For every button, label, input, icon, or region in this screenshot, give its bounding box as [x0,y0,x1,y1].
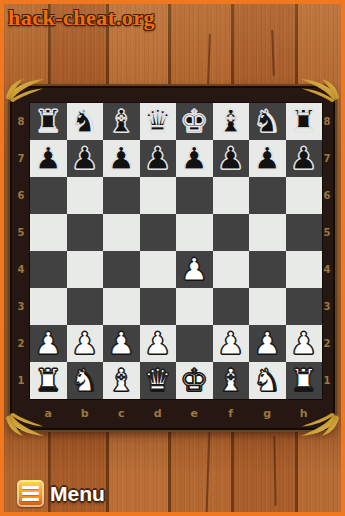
square-e4[interactable]: ♟ [176,251,213,288]
square-c6[interactable] [103,177,140,214]
piece-white-bishop: ♝ [217,365,245,396]
piece-black-pawn: ♟ [144,143,172,174]
square-f8[interactable]: ♝ [213,103,250,140]
square-g5[interactable] [249,214,286,251]
square-f6[interactable] [213,177,250,214]
square-c3[interactable] [103,288,140,325]
piece-black-pawn: ♟ [71,143,99,174]
menu-label: Menu [50,482,105,506]
square-b5[interactable] [67,214,104,251]
square-d2[interactable]: ♟ [140,325,177,362]
piece-white-knight: ♞ [253,365,281,396]
square-a3[interactable] [30,288,67,325]
square-c4[interactable] [103,251,140,288]
rank-labels-right: 87654321 [320,103,334,399]
rank-label-2: 2 [14,325,28,362]
square-d4[interactable] [140,251,177,288]
piece-white-queen: ♛ [144,365,172,396]
piece-white-pawn: ♟ [217,328,245,359]
square-f3[interactable] [213,288,250,325]
file-label-h: h [286,401,323,425]
wood-crack [271,30,275,76]
piece-white-pawn: ♟ [34,328,62,359]
file-label-a: a [30,401,67,425]
piece-black-bishop: ♝ [217,106,245,137]
rank-label-5: 5 [320,214,334,251]
corner-ornament-top-right [299,77,341,102]
file-label-e: e [176,401,213,425]
wood-crack [273,436,276,506]
piece-white-rook: ♜ [34,365,62,396]
square-e3[interactable] [176,288,213,325]
square-a4[interactable] [30,251,67,288]
rank-label-4: 4 [320,251,334,288]
rank-label-8: 8 [320,103,334,140]
square-b4[interactable] [67,251,104,288]
piece-black-knight: ♞ [71,106,99,137]
square-d5[interactable] [140,214,177,251]
square-h5[interactable] [286,214,323,251]
rank-label-8: 8 [14,103,28,140]
rank-label-1: 1 [320,362,334,399]
piece-white-pawn: ♟ [253,328,281,359]
square-e7[interactable]: ♟ [176,140,213,177]
rank-label-1: 1 [14,362,28,399]
square-f1[interactable]: ♝ [213,362,250,399]
square-a6[interactable] [30,177,67,214]
piece-white-pawn: ♟ [144,328,172,359]
square-h8[interactable]: ♜ [286,103,323,140]
rank-label-7: 7 [14,140,28,177]
square-a7[interactable]: ♟ [30,140,67,177]
rank-label-5: 5 [14,214,28,251]
square-a1[interactable]: ♜ [30,362,67,399]
square-f2[interactable]: ♟ [213,325,250,362]
square-c5[interactable] [103,214,140,251]
piece-black-rook: ♜ [290,106,318,137]
piece-black-pawn: ♟ [253,143,281,174]
square-c7[interactable]: ♟ [103,140,140,177]
chess-board-frame: 87654321 87654321 ♜♞♝♛♚♝♞♜♟♟♟♟♟♟♟♟♟♟♟♟♟♟… [10,86,335,430]
square-g7[interactable]: ♟ [249,140,286,177]
rank-label-2: 2 [320,325,334,362]
piece-white-pawn: ♟ [180,254,208,285]
watermark: hack-cheat.org [8,5,155,31]
piece-black-queen: ♛ [144,106,172,137]
square-g1[interactable]: ♞ [249,362,286,399]
square-e6[interactable] [176,177,213,214]
square-h1[interactable]: ♜ [286,362,323,399]
square-g3[interactable] [249,288,286,325]
rank-labels-left: 87654321 [14,103,28,399]
square-g8[interactable]: ♞ [249,103,286,140]
wood-crack [206,432,211,514]
piece-black-pawn: ♟ [180,143,208,174]
piece-white-pawn: ♟ [71,328,99,359]
square-c8[interactable]: ♝ [103,103,140,140]
menu-button[interactable]: Menu [17,480,105,507]
square-b8[interactable]: ♞ [67,103,104,140]
rank-label-7: 7 [320,140,334,177]
piece-white-bishop: ♝ [107,365,135,396]
square-a5[interactable] [30,214,67,251]
square-b3[interactable] [67,288,104,325]
square-g4[interactable] [249,251,286,288]
square-a2[interactable]: ♟ [30,325,67,362]
piece-black-pawn: ♟ [217,143,245,174]
square-h3[interactable] [286,288,323,325]
file-label-c: c [103,401,140,425]
square-h4[interactable] [286,251,323,288]
square-e5[interactable] [176,214,213,251]
piece-black-rook: ♜ [34,106,62,137]
piece-black-bishop: ♝ [107,106,135,137]
rank-label-3: 3 [320,288,334,325]
corner-ornament-top-left [4,77,46,102]
file-label-f: f [213,401,250,425]
piece-black-pawn: ♟ [107,143,135,174]
square-h2[interactable]: ♟ [286,325,323,362]
piece-white-knight: ♞ [71,365,99,396]
square-b2[interactable]: ♟ [67,325,104,362]
piece-black-knight: ♞ [253,106,281,137]
hamburger-icon [17,480,44,507]
square-f4[interactable] [213,251,250,288]
square-d3[interactable] [140,288,177,325]
square-d8[interactable]: ♛ [140,103,177,140]
square-f5[interactable] [213,214,250,251]
file-label-g: g [249,401,286,425]
square-b1[interactable]: ♞ [67,362,104,399]
app-screen: hack-cheat.org 87654321 87654321 ♜♞♝♛♚♝♞… [0,0,345,516]
file-labels: abcdefgh [30,401,322,425]
square-e8[interactable]: ♚ [176,103,213,140]
rank-label-6: 6 [320,177,334,214]
wood-crack [207,34,211,86]
piece-white-king: ♚ [180,365,208,396]
rank-label-6: 6 [14,177,28,214]
piece-black-king: ♚ [180,106,208,137]
square-e2[interactable] [176,325,213,362]
piece-white-pawn: ♟ [290,328,318,359]
square-d6[interactable] [140,177,177,214]
file-label-d: d [140,401,177,425]
square-c1[interactable]: ♝ [103,362,140,399]
piece-black-pawn: ♟ [290,143,318,174]
square-e1[interactable]: ♚ [176,362,213,399]
square-d7[interactable]: ♟ [140,140,177,177]
rank-label-4: 4 [14,251,28,288]
rank-label-3: 3 [14,288,28,325]
square-g6[interactable] [249,177,286,214]
square-d1[interactable]: ♛ [140,362,177,399]
square-g2[interactable]: ♟ [249,325,286,362]
file-label-b: b [67,401,104,425]
piece-white-rook: ♜ [290,365,318,396]
square-f7[interactable]: ♟ [213,140,250,177]
piece-white-pawn: ♟ [107,328,135,359]
square-b6[interactable] [67,177,104,214]
square-h6[interactable] [286,177,323,214]
square-b7[interactable]: ♟ [67,140,104,177]
square-h7[interactable]: ♟ [286,140,323,177]
square-a8[interactable]: ♜ [30,103,67,140]
piece-black-pawn: ♟ [34,143,62,174]
square-c2[interactable]: ♟ [103,325,140,362]
chess-board: ♜♞♝♛♚♝♞♜♟♟♟♟♟♟♟♟♟♟♟♟♟♟♟♟♜♞♝♛♚♝♞♜ [30,103,322,399]
